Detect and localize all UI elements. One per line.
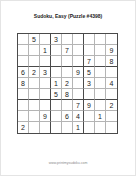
cell-r2c1: [18, 45, 29, 56]
cell-r5c9: 4: [106, 78, 117, 89]
cell-r5c2: [29, 78, 40, 89]
page-title: Sudoku, Easy (Puzzle #4398): [0, 13, 136, 20]
cell-r1c2: 5: [29, 34, 40, 45]
cell-r8c5: 6: [62, 111, 73, 122]
cell-r6c3: [40, 89, 51, 100]
cell-r9c5: [62, 122, 73, 133]
cell-r4c1: 6: [18, 67, 29, 78]
footer-url: www.printmysudoku.com: [0, 161, 136, 166]
cell-r1c6: [73, 34, 84, 45]
cell-r6c2: [29, 89, 40, 100]
sudoku-board: 5317978623958123458792964121: [17, 33, 118, 134]
cell-r1c4: 3: [51, 34, 62, 45]
cell-r4c9: [106, 67, 117, 78]
cell-r3c7: 7: [84, 56, 95, 67]
cell-r3c2: [29, 56, 40, 67]
cell-r4c7: 5: [84, 67, 95, 78]
cell-r1c5: [62, 34, 73, 45]
cell-r7c1: [18, 100, 29, 111]
cell-r6c1: [18, 89, 29, 100]
cell-r1c1: [18, 34, 29, 45]
cell-r6c4: 5: [51, 89, 62, 100]
cell-r8c2: [29, 111, 40, 122]
cell-r5c5: 2: [62, 78, 73, 89]
cell-r9c8: [95, 122, 106, 133]
cell-r3c9: 8: [106, 56, 117, 67]
cell-r6c5: 8: [62, 89, 73, 100]
cell-r2c4: [51, 45, 62, 56]
cell-r8c4: [51, 111, 62, 122]
cell-r1c8: [95, 34, 106, 45]
cell-r9c1: 2: [18, 122, 29, 133]
cell-r9c7: [84, 122, 95, 133]
cell-r9c9: [106, 122, 117, 133]
cell-r4c4: [51, 67, 62, 78]
cell-r4c8: [95, 67, 106, 78]
cell-r7c5: [62, 100, 73, 111]
cell-r2c5: 7: [62, 45, 73, 56]
cell-r2c3: 1: [40, 45, 51, 56]
cell-r8c3: 9: [40, 111, 51, 122]
cell-r9c6: 1: [73, 122, 84, 133]
cell-r9c2: [29, 122, 40, 133]
cell-r5c8: [95, 78, 106, 89]
cell-r8c1: [18, 111, 29, 122]
puzzle-page: Sudoku, Easy (Puzzle #4398) 531797862395…: [0, 0, 136, 176]
cell-r5c6: [73, 78, 84, 89]
cell-r4c5: [62, 67, 73, 78]
cell-r2c9: 9: [106, 45, 117, 56]
cell-r4c3: 3: [40, 67, 51, 78]
cell-r8c6: 4: [73, 111, 84, 122]
cell-r6c8: [95, 89, 106, 100]
cell-r5c3: [40, 78, 51, 89]
cell-r5c1: 8: [18, 78, 29, 89]
cell-r9c4: [51, 122, 62, 133]
cell-r6c9: [106, 89, 117, 100]
cell-r3c5: [62, 56, 73, 67]
cell-r1c9: [106, 34, 117, 45]
cell-r2c2: [29, 45, 40, 56]
cell-r7c3: [40, 100, 51, 111]
cell-r4c6: 9: [73, 67, 84, 78]
cell-r5c4: 1: [51, 78, 62, 89]
cell-r6c6: [73, 89, 84, 100]
cell-r5c7: 3: [84, 78, 95, 89]
cell-r2c8: [95, 45, 106, 56]
cell-r7c8: [95, 100, 106, 111]
cell-r8c8: 1: [95, 111, 106, 122]
cell-r1c3: [40, 34, 51, 45]
cell-r7c2: [29, 100, 40, 111]
cell-r8c9: [106, 111, 117, 122]
cell-r3c3: [40, 56, 51, 67]
cell-r3c8: [95, 56, 106, 67]
cell-r2c7: [84, 45, 95, 56]
cell-r4c2: 2: [29, 67, 40, 78]
cell-r8c7: [84, 111, 95, 122]
cell-r2c6: [73, 45, 84, 56]
cell-r3c1: [18, 56, 29, 67]
cell-r3c6: [73, 56, 84, 67]
cell-r7c9: 2: [106, 100, 117, 111]
cell-r3c4: [51, 56, 62, 67]
cell-r7c4: [51, 100, 62, 111]
cell-r1c7: [84, 34, 95, 45]
cell-r6c7: [84, 89, 95, 100]
cell-r9c3: [40, 122, 51, 133]
cell-r7c7: 9: [84, 100, 95, 111]
cell-r7c6: 7: [73, 100, 84, 111]
